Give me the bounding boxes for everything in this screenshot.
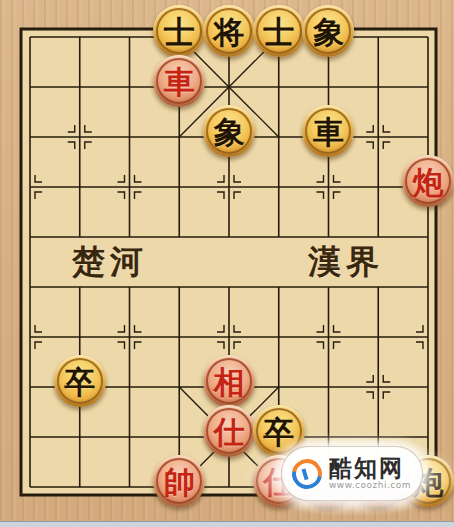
piece-char: 炮	[402, 155, 454, 207]
watermark-texts: 酷知网 www.coozhi.com	[329, 456, 411, 491]
piece-char: 帥	[153, 455, 205, 507]
piece-red-cannon[interactable]: 炮	[402, 155, 454, 207]
piece-char: 象	[302, 5, 354, 57]
xiangqi-app-screen: 楚河 漢界 士将士象車象車炮卒相仕卒帥仕相馬炮 酷知网 www.coozhi.c…	[0, 0, 454, 527]
piece-red-general[interactable]: 帥	[153, 455, 205, 507]
piece-char: 象	[203, 105, 255, 157]
watermark-site-name: 酷知网	[329, 456, 411, 480]
piece-black-advisor[interactable]: 士	[253, 5, 305, 57]
piece-char: 将	[203, 5, 255, 57]
watermark-badge: 酷知网 www.coozhi.com	[281, 446, 423, 501]
xiangqi-board-grid[interactable]: 士将士象車象車炮卒相仕卒帥仕相馬炮	[5, 6, 453, 506]
bottom-edge-strip	[0, 521, 454, 527]
piece-char: 卒	[54, 355, 106, 407]
piece-red-elephant[interactable]: 相	[203, 355, 255, 407]
piece-black-elephant[interactable]: 象	[203, 105, 255, 157]
piece-black-general[interactable]: 将	[203, 5, 255, 57]
coozhi-logo-icon	[286, 453, 328, 495]
piece-char: 仕	[203, 405, 255, 457]
piece-char: 車	[302, 105, 354, 157]
piece-red-chariot[interactable]: 車	[153, 55, 205, 107]
piece-char: 士	[153, 5, 205, 57]
piece-black-soldier[interactable]: 卒	[54, 355, 106, 407]
piece-char: 士	[253, 5, 305, 57]
piece-red-advisor[interactable]: 仕	[203, 405, 255, 457]
piece-black-chariot[interactable]: 車	[302, 105, 354, 157]
piece-char: 車	[153, 55, 205, 107]
piece-black-advisor[interactable]: 士	[153, 5, 205, 57]
watermark-url: www.coozhi.com	[329, 480, 411, 491]
piece-black-elephant[interactable]: 象	[302, 5, 354, 57]
piece-char: 相	[203, 355, 255, 407]
